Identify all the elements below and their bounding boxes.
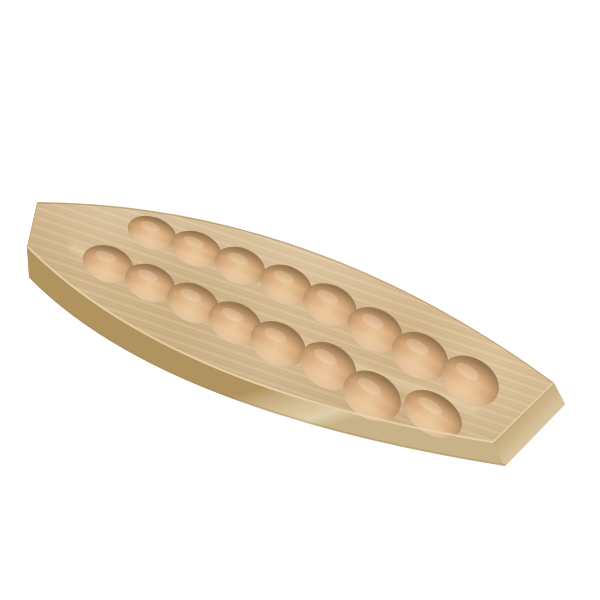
product-photo-stage bbox=[0, 0, 600, 600]
